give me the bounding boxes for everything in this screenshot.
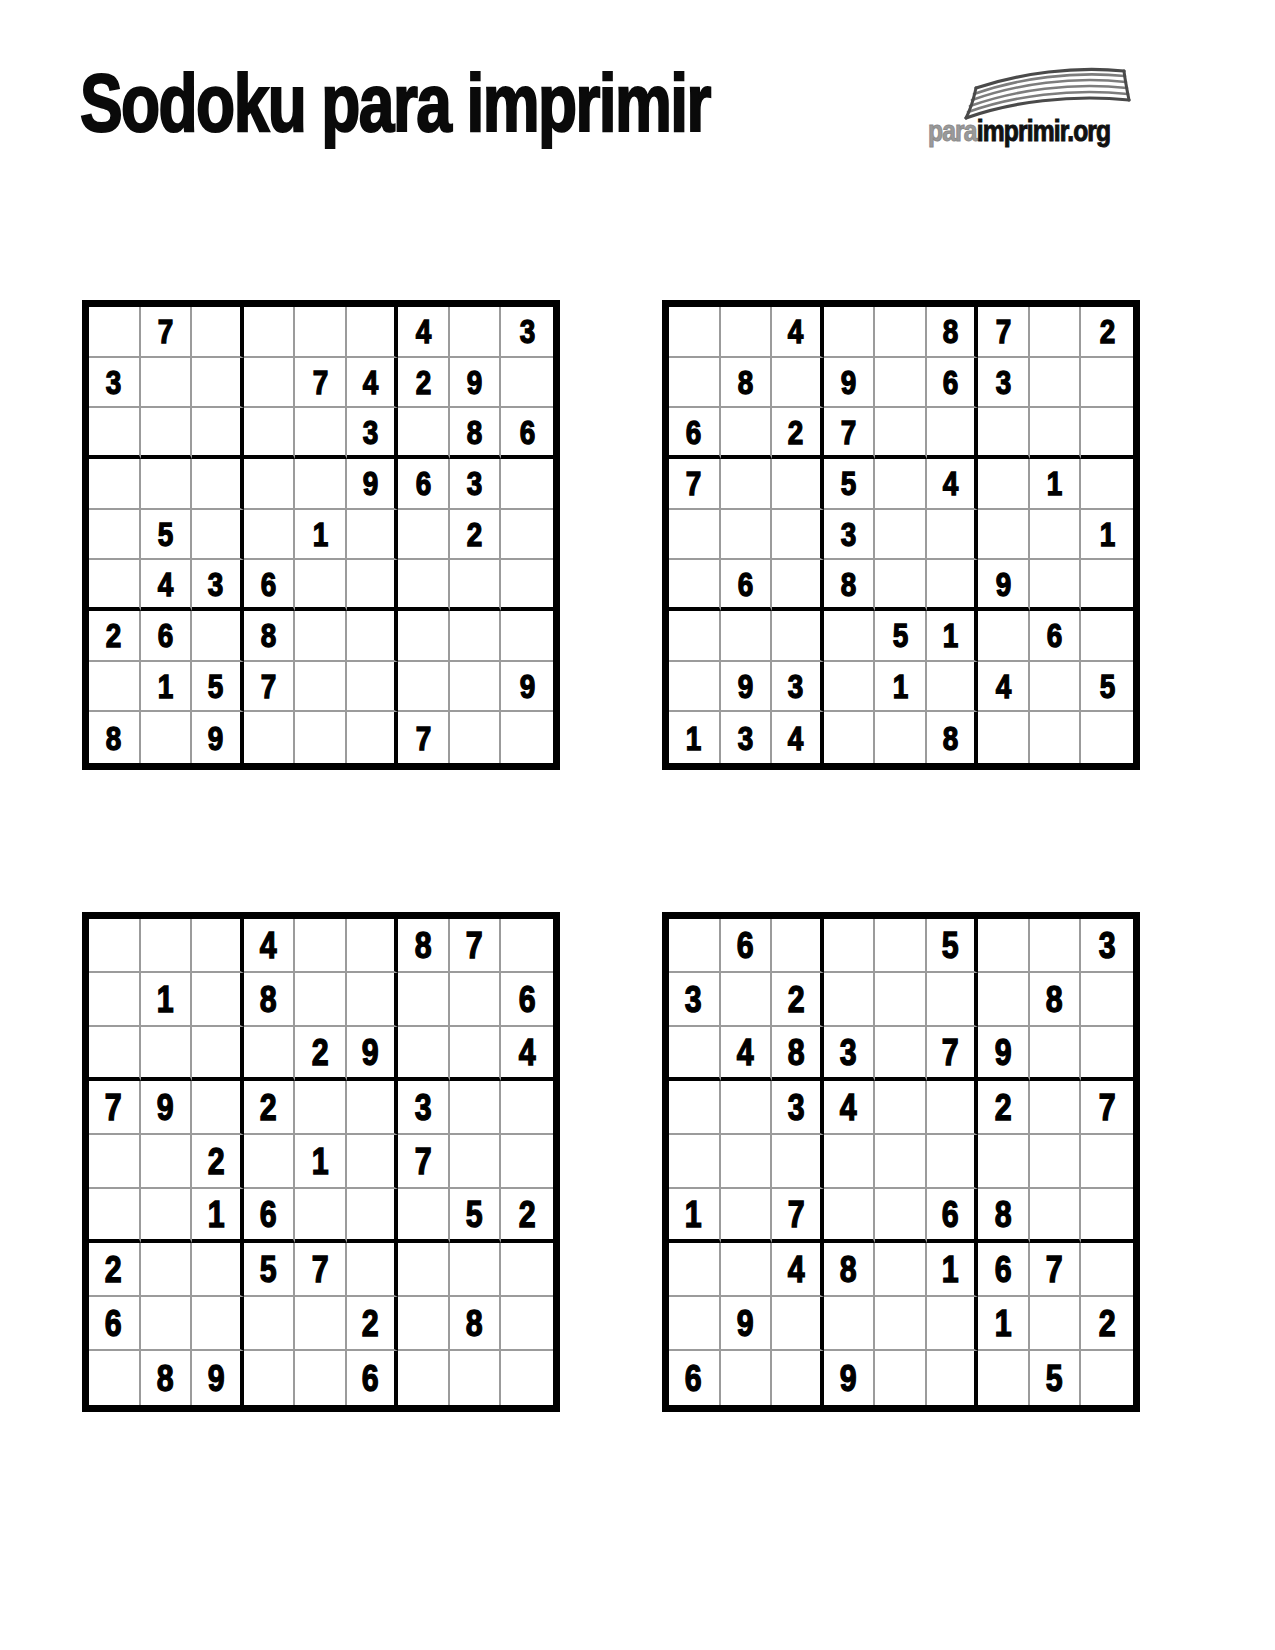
cell-r9c7: 7 xyxy=(398,712,450,763)
cell-r6c6 xyxy=(347,1189,399,1243)
given-digit: 6 xyxy=(1047,618,1063,652)
cell-r2c9 xyxy=(501,358,553,409)
given-digit: 5 xyxy=(892,618,908,652)
cell-r5c7 xyxy=(978,1135,1030,1189)
cell-r1c2 xyxy=(721,307,773,358)
cell-r9c3: 9 xyxy=(192,1351,244,1405)
cell-r4c8 xyxy=(1030,1081,1082,1135)
cell-r9c2 xyxy=(141,712,193,763)
cell-r5c3 xyxy=(772,1135,824,1189)
cell-r6c5 xyxy=(295,1189,347,1243)
given-digit: 7 xyxy=(841,415,857,449)
cell-r1c7: 7 xyxy=(978,307,1030,358)
cell-r8c6 xyxy=(927,662,979,713)
cell-r8c7 xyxy=(398,662,450,713)
given-digit: 3 xyxy=(685,981,702,1018)
cell-r5c2 xyxy=(721,510,773,561)
cell-r3c7 xyxy=(398,408,450,459)
cell-r5c9: 1 xyxy=(1081,510,1133,561)
cell-r5c8 xyxy=(1030,510,1082,561)
given-digit: 7 xyxy=(787,1196,804,1233)
cell-r3c9 xyxy=(1081,408,1133,459)
cell-r2c2: 8 xyxy=(721,358,773,409)
cell-r5c3 xyxy=(772,510,824,561)
cell-r1c7 xyxy=(978,919,1030,973)
cell-r6c7: 9 xyxy=(978,560,1030,611)
given-digit: 6 xyxy=(519,415,535,449)
cell-r1c3 xyxy=(192,307,244,358)
given-digit: 8 xyxy=(415,927,432,964)
given-digit: 8 xyxy=(467,415,483,449)
cell-r4c2 xyxy=(721,459,773,510)
cell-r7c3 xyxy=(192,1243,244,1297)
cell-r3c3 xyxy=(192,1027,244,1081)
cell-r6c7: 8 xyxy=(978,1189,1030,1243)
given-digit: 9 xyxy=(738,669,754,703)
cell-r6c9: 2 xyxy=(501,1189,553,1243)
given-digit: 9 xyxy=(995,567,1011,601)
cell-r5c7 xyxy=(398,510,450,561)
given-digit: 4 xyxy=(415,314,431,348)
cell-r3c9: 6 xyxy=(501,408,553,459)
cell-r2c1: 3 xyxy=(89,358,141,409)
given-digit: 2 xyxy=(312,1034,329,1071)
given-digit: 4 xyxy=(943,466,959,500)
cell-r8c9: 2 xyxy=(1081,1297,1133,1351)
given-digit: 1 xyxy=(158,669,174,703)
cell-r5c4: 3 xyxy=(824,510,876,561)
given-digit: 7 xyxy=(1099,1089,1116,1126)
cell-r1c9 xyxy=(501,919,553,973)
logo-text: paraimprimir.org xyxy=(928,115,1110,148)
cell-r3c6 xyxy=(927,408,979,459)
sudoku-grid-bottom-left: 48718629479232171652257628896 xyxy=(82,912,560,1412)
cell-r5c9 xyxy=(501,510,553,561)
cell-r1c8 xyxy=(450,307,502,358)
cell-r6c6: 6 xyxy=(927,1189,979,1243)
cell-r4c2 xyxy=(141,459,193,510)
cell-r1c5 xyxy=(875,919,927,973)
cell-r9c1: 1 xyxy=(669,712,721,763)
cell-r2c8 xyxy=(450,973,502,1027)
cell-r5c7: 7 xyxy=(398,1135,450,1189)
cell-r6c6 xyxy=(927,560,979,611)
cell-r3c7 xyxy=(978,408,1030,459)
cell-r2c4: 9 xyxy=(824,358,876,409)
cell-r5c2: 5 xyxy=(141,510,193,561)
cell-r6c2 xyxy=(721,1189,773,1243)
cell-r7c4: 8 xyxy=(244,611,296,662)
cell-r6c2: 4 xyxy=(141,560,193,611)
cell-r3c7: 9 xyxy=(978,1027,1030,1081)
given-digit: 2 xyxy=(1099,1305,1116,1342)
given-digit: 8 xyxy=(841,567,857,601)
cell-r7c1: 2 xyxy=(89,1243,141,1297)
cell-r9c3: 4 xyxy=(772,712,824,763)
given-digit: 2 xyxy=(995,1089,1012,1126)
cell-r3c1: 6 xyxy=(669,408,721,459)
cell-r7c8 xyxy=(450,611,502,662)
given-digit: 2 xyxy=(106,618,122,652)
cell-r6c3: 3 xyxy=(192,560,244,611)
cell-r6c5 xyxy=(295,560,347,611)
cell-r8c7: 1 xyxy=(978,1297,1030,1351)
cell-r2c5: 7 xyxy=(295,358,347,409)
cell-r3c9 xyxy=(1081,1027,1133,1081)
given-digit: 9 xyxy=(995,1034,1012,1071)
cell-r5c9 xyxy=(1081,1135,1133,1189)
cell-r7c5 xyxy=(295,611,347,662)
cell-r3c6: 7 xyxy=(927,1027,979,1081)
given-digit: 7 xyxy=(415,1143,432,1180)
cell-r9c7 xyxy=(978,712,1030,763)
cell-r8c2: 1 xyxy=(141,662,193,713)
logo-text-org: .org xyxy=(1067,115,1110,147)
cell-r2c9 xyxy=(1081,358,1133,409)
cell-r3c3: 8 xyxy=(772,1027,824,1081)
given-digit: 6 xyxy=(686,415,702,449)
cell-r5c3 xyxy=(192,510,244,561)
cell-r2c3 xyxy=(192,358,244,409)
cell-r2c5 xyxy=(295,973,347,1027)
cell-r9c5 xyxy=(875,1351,927,1405)
cell-r3c4: 3 xyxy=(824,1027,876,1081)
cell-r1c5 xyxy=(875,307,927,358)
given-digit: 9 xyxy=(841,365,857,399)
cell-r3c2 xyxy=(141,1027,193,1081)
cell-r5c5: 1 xyxy=(295,1135,347,1189)
cell-r9c2 xyxy=(721,1351,773,1405)
logo-text-imprimir: imprimir xyxy=(977,115,1067,147)
cell-r3c8 xyxy=(1030,1027,1082,1081)
cell-r2c6: 6 xyxy=(927,358,979,409)
cell-r3c8 xyxy=(450,1027,502,1081)
given-digit: 5 xyxy=(942,927,959,964)
cell-r7c2 xyxy=(721,1243,773,1297)
cell-r1c4: 4 xyxy=(244,919,296,973)
cell-r3c3 xyxy=(192,408,244,459)
given-digit: 6 xyxy=(415,466,431,500)
cell-r1c5 xyxy=(295,919,347,973)
cell-r9c6 xyxy=(927,1351,979,1405)
cell-r4c9 xyxy=(501,459,553,510)
cell-r4c6 xyxy=(347,1081,399,1135)
cell-r9c1: 8 xyxy=(89,712,141,763)
given-digit: 5 xyxy=(1046,1360,1063,1397)
given-digit: 7 xyxy=(686,466,702,500)
cell-r5c5 xyxy=(875,1135,927,1189)
cell-r8c5: 1 xyxy=(875,662,927,713)
cell-r2c6: 4 xyxy=(347,358,399,409)
cell-r9c4 xyxy=(244,1351,296,1405)
cell-r7c7: 6 xyxy=(978,1243,1030,1297)
cell-r6c4: 8 xyxy=(824,560,876,611)
cell-r7c5 xyxy=(875,1243,927,1297)
cell-r1c4 xyxy=(244,307,296,358)
cell-r8c1 xyxy=(669,662,721,713)
cell-r2c7 xyxy=(398,973,450,1027)
cell-r8c6: 2 xyxy=(347,1297,399,1351)
cell-r1c3 xyxy=(192,919,244,973)
given-digit: 5 xyxy=(466,1196,483,1233)
given-digit: 4 xyxy=(787,1251,804,1288)
cell-r9c9 xyxy=(501,1351,553,1405)
cell-r9c3: 9 xyxy=(192,712,244,763)
given-digit: 8 xyxy=(106,721,122,755)
given-digit: 8 xyxy=(466,1305,483,1342)
cell-r5c3: 2 xyxy=(192,1135,244,1189)
cell-r6c6 xyxy=(347,560,399,611)
given-digit: 7 xyxy=(312,365,328,399)
given-digit: 4 xyxy=(363,365,379,399)
cell-r3c4: 7 xyxy=(824,408,876,459)
cell-r3c5: 2 xyxy=(295,1027,347,1081)
given-digit: 2 xyxy=(1099,314,1115,348)
cell-r9c7 xyxy=(398,1351,450,1405)
cell-r1c6 xyxy=(347,919,399,973)
given-digit: 1 xyxy=(892,669,908,703)
cell-r2c1 xyxy=(89,973,141,1027)
cell-r5c2 xyxy=(141,1135,193,1189)
given-digit: 7 xyxy=(158,314,174,348)
given-digit: 4 xyxy=(995,669,1011,703)
given-digit: 3 xyxy=(840,1034,857,1071)
paraimprimir-logo: paraimprimir.org xyxy=(928,70,1143,150)
given-digit: 7 xyxy=(942,1034,959,1071)
cell-r9c4: 9 xyxy=(824,1351,876,1405)
cell-r7c9 xyxy=(1081,1243,1133,1297)
cell-r3c6: 3 xyxy=(347,408,399,459)
cell-r5c2 xyxy=(721,1135,773,1189)
given-digit: 7 xyxy=(466,927,483,964)
given-digit: 3 xyxy=(1099,927,1116,964)
cell-r7c1 xyxy=(669,1243,721,1297)
cell-r7c9 xyxy=(501,1243,553,1297)
cell-r6c4: 6 xyxy=(244,1189,296,1243)
cell-r4c5 xyxy=(295,1081,347,1135)
cell-r1c1 xyxy=(669,919,721,973)
cell-r1c6: 8 xyxy=(927,307,979,358)
cell-r4c5 xyxy=(875,1081,927,1135)
cell-r2c3: 2 xyxy=(772,973,824,1027)
cell-r9c8 xyxy=(450,1351,502,1405)
cell-r6c3 xyxy=(772,560,824,611)
cell-r4c7: 6 xyxy=(398,459,450,510)
cell-r5c6 xyxy=(347,1135,399,1189)
cell-r7c3 xyxy=(192,611,244,662)
cell-r5c1 xyxy=(89,1135,141,1189)
cell-r2c7 xyxy=(978,973,1030,1027)
cell-r6c4: 6 xyxy=(244,560,296,611)
cell-r1c2 xyxy=(141,919,193,973)
cell-r5c9 xyxy=(501,1135,553,1189)
cell-r2c2 xyxy=(721,973,773,1027)
given-digit: 5 xyxy=(841,466,857,500)
cell-r7c5: 7 xyxy=(295,1243,347,1297)
cell-r7c8: 7 xyxy=(1030,1243,1082,1297)
cell-r1c3: 4 xyxy=(772,307,824,358)
cell-r8c5 xyxy=(295,662,347,713)
cell-r6c4 xyxy=(824,1189,876,1243)
given-digit: 8 xyxy=(995,1196,1012,1233)
given-digit: 9 xyxy=(363,466,379,500)
cell-r9c4 xyxy=(244,712,296,763)
cell-r1c5 xyxy=(295,307,347,358)
cell-r2c7: 2 xyxy=(398,358,450,409)
cell-r9c6 xyxy=(347,712,399,763)
given-digit: 8 xyxy=(840,1251,857,1288)
cell-r6c3: 7 xyxy=(772,1189,824,1243)
cell-r8c4: 7 xyxy=(244,662,296,713)
cell-r7c2 xyxy=(141,1243,193,1297)
cell-r9c8 xyxy=(450,712,502,763)
cell-r2c5 xyxy=(875,973,927,1027)
cell-r7c6: 1 xyxy=(927,611,979,662)
given-digit: 6 xyxy=(942,1196,959,1233)
cell-r9c5 xyxy=(875,712,927,763)
cell-r6c3: 1 xyxy=(192,1189,244,1243)
given-digit: 6 xyxy=(737,927,754,964)
given-digit: 8 xyxy=(261,618,277,652)
cell-r9c9 xyxy=(1081,1351,1133,1405)
cell-r4c1 xyxy=(669,1081,721,1135)
cell-r4c3: 3 xyxy=(772,1081,824,1135)
given-digit: 2 xyxy=(105,1251,122,1288)
cell-r8c5 xyxy=(295,1297,347,1351)
given-digit: 5 xyxy=(260,1251,277,1288)
cell-r6c9 xyxy=(1081,560,1133,611)
cell-r8c8: 8 xyxy=(450,1297,502,1351)
cell-r9c2: 3 xyxy=(721,712,773,763)
cell-r7c8: 6 xyxy=(1030,611,1082,662)
cell-r7c5: 5 xyxy=(875,611,927,662)
cell-r2c8: 8 xyxy=(1030,973,1082,1027)
cell-r6c5 xyxy=(875,1189,927,1243)
cell-r4c4: 5 xyxy=(824,459,876,510)
cell-r2c7: 3 xyxy=(978,358,1030,409)
cell-r6c2: 6 xyxy=(721,560,773,611)
cell-r4c2 xyxy=(721,1081,773,1135)
cell-r4c2: 9 xyxy=(141,1081,193,1135)
cell-r7c6: 1 xyxy=(927,1243,979,1297)
cell-r6c5 xyxy=(875,560,927,611)
cell-r7c2 xyxy=(721,611,773,662)
cell-r1c9: 2 xyxy=(1081,307,1133,358)
cell-r1c8 xyxy=(1030,919,1082,973)
given-digit: 7 xyxy=(1046,1251,1063,1288)
given-digit: 9 xyxy=(362,1034,379,1071)
cell-r6c1 xyxy=(89,560,141,611)
cell-r9c9 xyxy=(501,712,553,763)
cell-r4c9 xyxy=(1081,459,1133,510)
cell-r9c2: 8 xyxy=(141,1351,193,1405)
cell-r7c1: 2 xyxy=(89,611,141,662)
cell-r2c2: 1 xyxy=(141,973,193,1027)
cell-r5c4 xyxy=(244,510,296,561)
cell-r3c5 xyxy=(875,1027,927,1081)
cell-r5c6 xyxy=(927,510,979,561)
given-digit: 2 xyxy=(519,1196,536,1233)
given-digit: 4 xyxy=(260,927,277,964)
given-digit: 6 xyxy=(261,567,277,601)
cell-r8c1 xyxy=(89,662,141,713)
given-digit: 9 xyxy=(737,1305,754,1342)
cell-r4c3 xyxy=(772,459,824,510)
cell-r1c6 xyxy=(347,307,399,358)
cell-r1c3 xyxy=(772,919,824,973)
cell-r4c5 xyxy=(295,459,347,510)
cell-r1c9: 3 xyxy=(1081,919,1133,973)
cell-r1c8 xyxy=(1030,307,1082,358)
cell-r9c1 xyxy=(89,1351,141,1405)
cell-r4c7 xyxy=(978,459,1030,510)
cell-r5c6 xyxy=(927,1135,979,1189)
given-digit: 7 xyxy=(105,1089,122,1126)
cell-r4c9: 7 xyxy=(1081,1081,1133,1135)
cell-r5c1 xyxy=(89,510,141,561)
cell-r3c4 xyxy=(244,408,296,459)
cell-r6c1 xyxy=(669,560,721,611)
cell-r7c3: 4 xyxy=(772,1243,824,1297)
given-digit: 8 xyxy=(260,981,277,1018)
given-digit: 9 xyxy=(207,1360,224,1397)
given-digit: 4 xyxy=(737,1034,754,1071)
cell-r5c5 xyxy=(875,510,927,561)
given-digit: 4 xyxy=(158,567,174,601)
cell-r1c1 xyxy=(89,919,141,973)
given-digit: 3 xyxy=(467,466,483,500)
cell-r8c8 xyxy=(450,662,502,713)
cell-r8c3: 5 xyxy=(192,662,244,713)
given-digit: 2 xyxy=(787,981,804,1018)
given-digit: 1 xyxy=(312,1143,329,1180)
given-digit: 6 xyxy=(260,1196,277,1233)
cell-r4c4: 2 xyxy=(244,1081,296,1135)
cell-r8c9: 9 xyxy=(501,662,553,713)
cell-r9c8 xyxy=(1030,712,1082,763)
cell-r6c7 xyxy=(398,560,450,611)
cell-r5c8 xyxy=(450,1135,502,1189)
given-digit: 3 xyxy=(208,567,224,601)
cell-r2c3 xyxy=(192,973,244,1027)
given-digit: 2 xyxy=(260,1089,277,1126)
cell-r4c3 xyxy=(192,459,244,510)
given-digit: 3 xyxy=(519,314,535,348)
cell-r5c5: 1 xyxy=(295,510,347,561)
cell-r9c4 xyxy=(824,712,876,763)
logo-text-para: para xyxy=(928,115,977,147)
cell-r3c8 xyxy=(1030,408,1082,459)
cell-r4c5 xyxy=(875,459,927,510)
given-digit: 6 xyxy=(158,618,174,652)
cell-r9c7 xyxy=(978,1351,1030,1405)
given-digit: 4 xyxy=(788,314,804,348)
cell-r3c2: 4 xyxy=(721,1027,773,1081)
given-digit: 6 xyxy=(995,1251,1012,1288)
given-digit: 9 xyxy=(157,1089,174,1126)
cell-r7c8 xyxy=(450,1243,502,1297)
cell-r3c1 xyxy=(89,1027,141,1081)
cell-r1c2: 7 xyxy=(141,307,193,358)
sudoku-grid-top-right: 48728963627754131689516931451348 xyxy=(662,300,1140,770)
given-digit: 8 xyxy=(943,721,959,755)
cell-r9c6: 6 xyxy=(347,1351,399,1405)
cell-r6c8 xyxy=(1030,1189,1082,1243)
cell-r6c8: 5 xyxy=(450,1189,502,1243)
cell-r7c4: 5 xyxy=(244,1243,296,1297)
cell-r2c4 xyxy=(824,973,876,1027)
cell-r2c1 xyxy=(669,358,721,409)
